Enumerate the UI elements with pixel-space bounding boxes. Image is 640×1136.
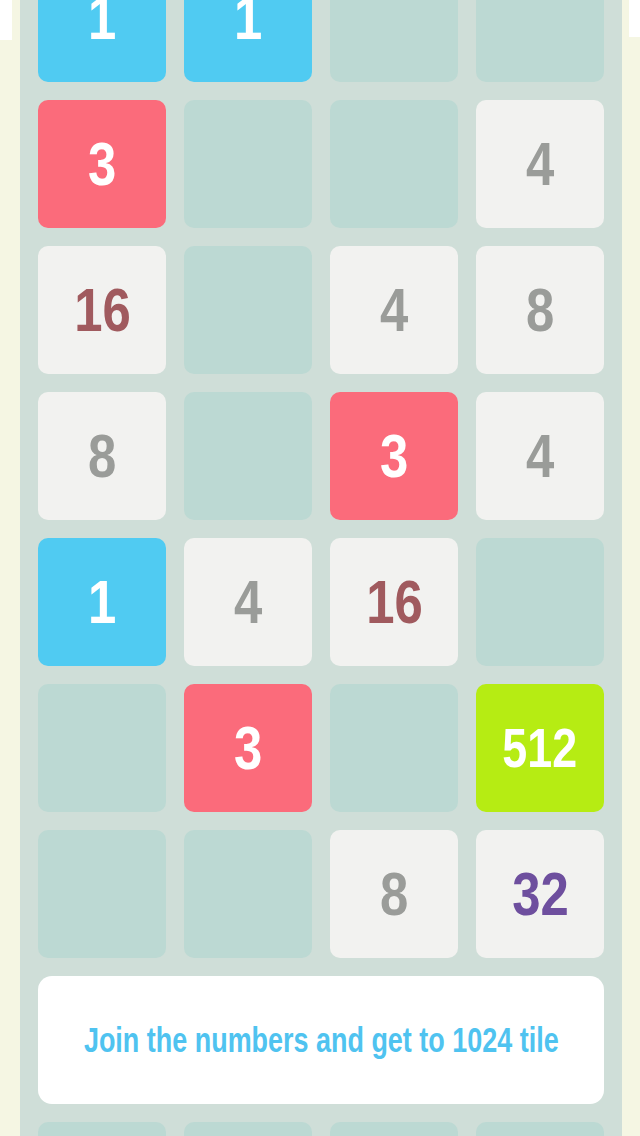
tile-value: 3	[380, 425, 408, 487]
tile-value: 32	[512, 863, 569, 925]
tile-value: 8	[380, 863, 408, 925]
tile-3: 3	[184, 684, 312, 812]
tile-32: 32	[476, 830, 604, 958]
empty-cell	[476, 538, 604, 666]
tile-8: 8	[38, 392, 166, 520]
top-left-white-patch	[0, 0, 12, 40]
empty-cell	[330, 0, 458, 82]
tile-4: 4	[476, 392, 604, 520]
tile-4: 4	[330, 246, 458, 374]
instruction-banner-text: Join the numbers and get to 1024 tile	[84, 1020, 559, 1060]
tile-value: 1	[88, 0, 116, 49]
tile-value: 4	[380, 279, 408, 341]
tile-value: 4	[526, 133, 554, 195]
empty-cell	[476, 1122, 604, 1136]
instruction-banner: Join the numbers and get to 1024 tile	[38, 976, 604, 1104]
tile-3: 3	[330, 392, 458, 520]
tile-1: 1	[38, 538, 166, 666]
empty-cell	[184, 392, 312, 520]
game-board[interactable]: 1134164883414163512832 Join the numbers …	[20, 0, 622, 1136]
top-right-white-patch	[629, 0, 640, 37]
empty-cell	[184, 1122, 312, 1136]
tile-value: 3	[88, 133, 116, 195]
empty-cell	[330, 1122, 458, 1136]
tile-1: 1	[184, 0, 312, 82]
tile-16: 16	[330, 538, 458, 666]
tile-value: 16	[74, 279, 131, 341]
tile-3: 3	[38, 100, 166, 228]
tile-4: 4	[184, 538, 312, 666]
tile-value: 1	[88, 571, 116, 633]
tile-value: 1	[234, 0, 262, 49]
tile-8: 8	[476, 246, 604, 374]
app-screen: { "game": "1024 (2048-style sliding numb…	[0, 0, 640, 1136]
tile-value: 512	[503, 720, 578, 776]
empty-cell	[184, 246, 312, 374]
tile-value: 8	[88, 425, 116, 487]
tile-value: 3	[234, 717, 262, 779]
empty-cell	[38, 1122, 166, 1136]
empty-cell	[330, 100, 458, 228]
tile-512: 512	[476, 684, 604, 812]
tile-1: 1	[38, 0, 166, 82]
tile-value: 4	[526, 425, 554, 487]
empty-cell	[184, 830, 312, 958]
tile-8: 8	[330, 830, 458, 958]
tile-grid: 1134164883414163512832 Join the numbers …	[20, 0, 622, 1136]
empty-cell	[38, 830, 166, 958]
tile-value: 8	[526, 279, 554, 341]
empty-cell	[330, 684, 458, 812]
empty-cell	[476, 0, 604, 82]
empty-cell	[184, 100, 312, 228]
tile-4: 4	[476, 100, 604, 228]
tile-value: 4	[234, 571, 262, 633]
tile-value: 16	[366, 571, 423, 633]
empty-cell	[38, 684, 166, 812]
tile-16: 16	[38, 246, 166, 374]
